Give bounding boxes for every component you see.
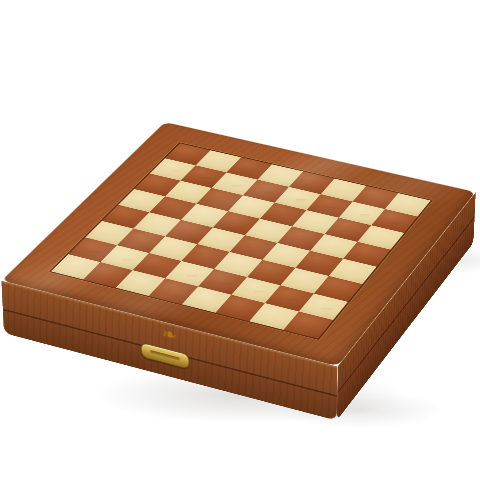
white-pawn-glyph: ♟ bbox=[251, 131, 277, 195]
black-king-glyph: ♚ bbox=[184, 170, 225, 306]
white-pawn-glyph: ♟ bbox=[282, 138, 309, 203]
white-pawn-glyph: ♟ bbox=[379, 160, 406, 226]
black-rook-glyph: ♜ bbox=[57, 168, 90, 273]
maker-emblem-icon: ❧ bbox=[161, 325, 178, 345]
clasp-slot bbox=[150, 350, 180, 361]
white-pawn-glyph: ♟ bbox=[346, 153, 373, 218]
chess-box: ♜♞♝♛♚♝♞♜♟♟♟♟♟♟♟♟♟♟♟♟♟♟♟♟♜♞♝♛♚♝♞♜ ❧ bbox=[1, 122, 476, 366]
black-bishop-glyph: ♝ bbox=[122, 188, 154, 289]
photo-scene: ♜♞♝♛♚♝♞♜♟♟♟♟♟♟♟♟♟♟♟♟♟♟♟♟♜♞♝♛♚♝♞♜ ❧ bbox=[0, 0, 480, 480]
black-bishop-glyph: ♝ bbox=[222, 211, 255, 314]
white-pawn-glyph: ♟ bbox=[157, 110, 183, 173]
black-knight-glyph: ♞ bbox=[252, 230, 291, 323]
black-rook-glyph: ♜ bbox=[289, 222, 323, 330]
black-knight-glyph: ♞ bbox=[86, 190, 124, 280]
white-pawn-glyph: ♟ bbox=[314, 145, 341, 210]
clasp-latch bbox=[141, 342, 190, 369]
